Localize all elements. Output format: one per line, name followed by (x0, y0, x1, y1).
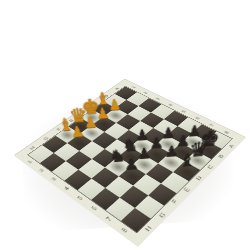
rank-label-text: 3 (51, 177, 58, 182)
dark-bishop-piece: ♝ (173, 148, 203, 172)
rank-label-text: 4 (63, 186, 70, 191)
rank-label-text: 6 (91, 206, 99, 212)
file-label-text: A (227, 144, 235, 149)
file-label-text: H (29, 145, 36, 150)
file-label-text: F (171, 199, 179, 205)
rank-label-text: 2 (38, 168, 45, 173)
rank-label-text: 8 (223, 130, 230, 134)
photo-scene: 12345678AAB♟♚BC♝♟♟♟♛CD♚♟♟♟♟♝DE♛♟♞♟EF♝♟♞♟… (0, 0, 250, 250)
rank-label-text: 2 (143, 91, 149, 94)
file-label-text: H (144, 225, 153, 232)
rank-label-text: 5 (77, 196, 84, 202)
dark-pawn-piece: ♟ (116, 153, 146, 177)
file-label-text: D (195, 175, 203, 181)
rank-label-text: 4 (168, 103, 174, 107)
file-label-text: C (206, 164, 214, 170)
amber-pawn-piece: ♟ (62, 120, 92, 143)
rank-label-text: 8 (121, 227, 129, 233)
rank-label-text: 1 (131, 86, 137, 89)
rank-label-text: 5 (181, 110, 187, 114)
file-label-text: E (183, 187, 191, 193)
file-label-text: B (217, 154, 225, 159)
rank-label-text: 3 (155, 97, 161, 100)
rank-label-text: 1 (27, 160, 33, 165)
rank-label-text: 7 (105, 216, 113, 222)
file-label-text: G (158, 212, 167, 219)
